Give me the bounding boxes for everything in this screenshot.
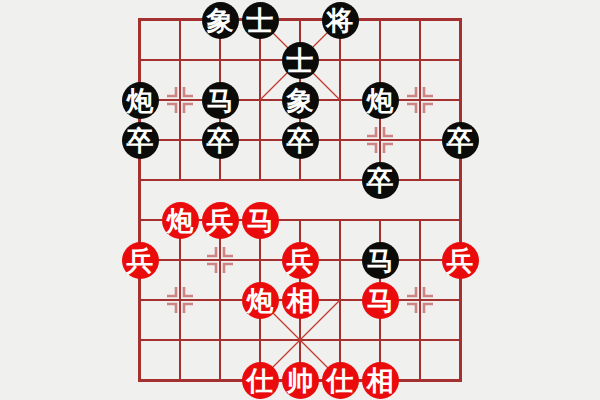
piece-black-cannon[interactable]: 炮 [122, 82, 159, 119]
piece-black-general[interactable]: 将 [322, 2, 359, 39]
piece-black-soldier[interactable]: 卒 [442, 122, 479, 159]
piece-red-horse[interactable]: 马 [242, 202, 279, 239]
xiangqi-board-screen: 象士将士炮马象炮卒卒卒卒卒炮兵马兵兵马兵炮相马仕帅仕相 [0, 0, 600, 400]
piece-red-advisor[interactable]: 仕 [242, 362, 279, 399]
piece-black-advisor[interactable]: 士 [242, 2, 279, 39]
piece-black-horse[interactable]: 马 [202, 82, 239, 119]
piece-black-elephant[interactable]: 象 [202, 2, 239, 39]
piece-red-advisor[interactable]: 仕 [322, 362, 359, 399]
piece-red-soldier[interactable]: 兵 [122, 242, 159, 279]
piece-red-soldier[interactable]: 兵 [442, 242, 479, 279]
piece-black-soldier[interactable]: 卒 [282, 122, 319, 159]
piece-red-cannon[interactable]: 炮 [242, 282, 279, 319]
piece-black-horse[interactable]: 马 [362, 242, 399, 279]
piece-red-general[interactable]: 帅 [282, 362, 319, 399]
piece-black-soldier[interactable]: 卒 [202, 122, 239, 159]
piece-black-elephant[interactable]: 象 [282, 82, 319, 119]
pieces-layer: 象士将士炮马象炮卒卒卒卒卒炮兵马兵兵马兵炮相马仕帅仕相 [120, 0, 480, 400]
piece-red-horse[interactable]: 马 [362, 282, 399, 319]
piece-red-cannon[interactable]: 炮 [162, 202, 199, 239]
piece-red-soldier[interactable]: 兵 [202, 202, 239, 239]
piece-red-elephant[interactable]: 相 [282, 282, 319, 319]
piece-black-cannon[interactable]: 炮 [362, 82, 399, 119]
piece-red-soldier[interactable]: 兵 [282, 242, 319, 279]
piece-red-elephant[interactable]: 相 [362, 362, 399, 399]
piece-black-advisor[interactable]: 士 [282, 42, 319, 79]
piece-black-soldier[interactable]: 卒 [122, 122, 159, 159]
piece-black-soldier[interactable]: 卒 [362, 162, 399, 199]
